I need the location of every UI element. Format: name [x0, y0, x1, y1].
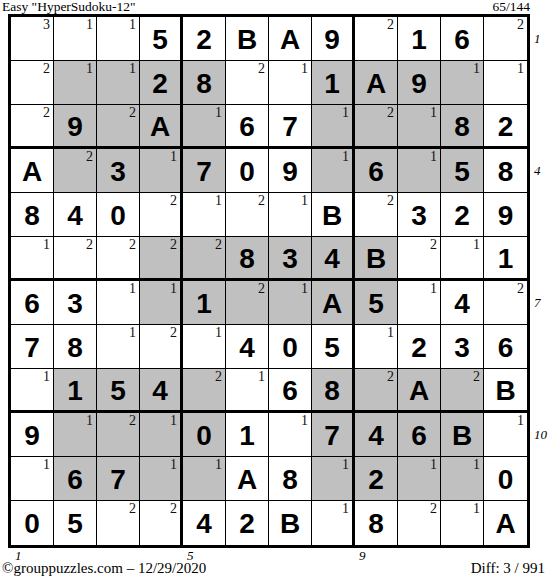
pencil-mark: 1 [129, 61, 136, 76]
cell-r6c3[interactable]: 2 [97, 237, 140, 281]
cell-r4c9[interactable]: 6 [355, 149, 398, 193]
pencil-mark: 1 [43, 457, 50, 472]
cell-r6c5[interactable]: 2 [183, 237, 226, 281]
cell-r10c4[interactable]: 1 [140, 413, 183, 457]
pencil-mark: 2 [517, 17, 524, 32]
pencil-mark: 1 [430, 281, 437, 296]
cell-r11c3[interactable]: 7 [97, 457, 140, 501]
cell-r7c1[interactable]: 6 [11, 281, 54, 325]
cell-r1c5[interactable]: 2 [183, 17, 226, 61]
given-digit: 0 [282, 334, 298, 362]
pencil-mark: 2 [387, 105, 394, 120]
given-digit: 0 [24, 510, 40, 538]
given-digit: B [322, 202, 342, 230]
pencil-mark: 1 [387, 325, 394, 340]
cell-r1c4[interactable]: 5 [140, 17, 183, 61]
cell-r12c6[interactable]: 2 [226, 501, 269, 545]
cell-r11c1[interactable]: 1 [11, 457, 54, 501]
given-digit: 3 [411, 202, 427, 230]
pencil-mark: 2 [43, 61, 50, 76]
cell-r3c3[interactable]: 2 [97, 105, 140, 149]
given-digit: 3 [110, 158, 126, 186]
pencil-mark: 1 [43, 237, 50, 252]
cell-r1c3[interactable]: 1 [97, 17, 140, 61]
given-digit: 6 [239, 113, 255, 141]
cell-r12c8[interactable]: 1 [312, 501, 355, 545]
given-digit: 9 [67, 113, 83, 141]
cell-r8c12[interactable]: 6 [484, 325, 527, 369]
puzzle-counter: 65/144 [492, 0, 530, 14]
pencil-mark: 2 [387, 369, 394, 384]
given-digit: A [22, 158, 42, 186]
cell-r3c4[interactable]: A [140, 105, 183, 149]
given-digit: 7 [282, 113, 298, 141]
pencil-mark: 1 [342, 105, 349, 120]
cell-r5c12[interactable]: 9 [484, 193, 527, 237]
cell-r6c7[interactable]: 3 [269, 237, 312, 281]
cell-r7c5[interactable]: 1 [183, 281, 226, 325]
row-label-10: 10 [534, 413, 550, 457]
cell-r6c12[interactable]: 1 [484, 237, 527, 281]
given-digit: 1 [196, 290, 212, 318]
pencil-mark: 1 [301, 193, 308, 208]
given-digit: 8 [24, 202, 40, 230]
pencil-mark: 2 [86, 149, 93, 164]
cell-r9c5[interactable]: 2 [183, 369, 226, 413]
cell-r4c5[interactable]: 7 [183, 149, 226, 193]
cell-r4c1[interactable]: A [11, 149, 54, 193]
given-digit: 1 [498, 245, 514, 273]
cell-r5c1[interactable]: 8 [11, 193, 54, 237]
cell-r11c12[interactable]: 0 [484, 457, 527, 501]
cell-r3c8[interactable]: 1 [312, 105, 355, 149]
cell-r1c6[interactable]: B [226, 17, 269, 61]
pencil-mark: 2 [258, 281, 265, 296]
cell-r10c8[interactable]: 7 [312, 413, 355, 457]
cell-r12c10[interactable]: 2 [398, 501, 441, 545]
pencil-mark: 2 [215, 237, 222, 252]
cell-r2c8[interactable]: 1 [312, 61, 355, 105]
cell-r2c2[interactable]: 1 [54, 61, 97, 105]
given-digit: 8 [239, 245, 255, 273]
given-digit: 7 [196, 158, 212, 186]
cell-r10c9[interactable]: 4 [355, 413, 398, 457]
given-digit: A [366, 70, 386, 98]
cell-r4c10[interactable]: 1 [398, 149, 441, 193]
given-digit: 3 [454, 334, 470, 362]
cell-r2c4[interactable]: 2 [140, 61, 183, 105]
cell-r4c6[interactable]: 0 [226, 149, 269, 193]
row-label-4: 4 [534, 149, 550, 193]
pencil-mark: 1 [86, 413, 93, 428]
cell-r9c4[interactable]: 4 [140, 369, 183, 413]
cell-r9c7[interactable]: 6 [269, 369, 312, 413]
given-digit: A [495, 510, 515, 538]
cell-r8c4[interactable]: 2 [140, 325, 183, 369]
cell-r5c7[interactable]: 1 [269, 193, 312, 237]
cell-r9c10[interactable]: A [398, 369, 441, 413]
given-digit: 8 [282, 466, 298, 494]
cell-r11c10[interactable]: 1 [398, 457, 441, 501]
given-digit: 0 [196, 422, 212, 450]
given-digit: 2 [498, 113, 514, 141]
cell-r5c11[interactable]: 2 [441, 193, 484, 237]
given-digit: 9 [498, 202, 514, 230]
cell-r3c1[interactable]: 2 [11, 105, 54, 149]
cell-r5c2[interactable]: 4 [54, 193, 97, 237]
cell-r3c5[interactable]: 1 [183, 105, 226, 149]
given-digit: 9 [324, 26, 340, 54]
pencil-mark: 1 [517, 61, 524, 76]
given-digit: 8 [368, 510, 384, 538]
cell-r8c8[interactable]: 5 [312, 325, 355, 369]
cell-r9c8[interactable]: 8 [312, 369, 355, 413]
given-digit: 4 [67, 202, 83, 230]
pencil-mark: 2 [387, 17, 394, 32]
cell-r10c6[interactable]: 1 [226, 413, 269, 457]
given-digit: 1 [67, 377, 83, 405]
cell-r5c3[interactable]: 0 [97, 193, 140, 237]
cell-r9c6[interactable]: 1 [226, 369, 269, 413]
pencil-mark: 1 [215, 457, 222, 472]
pencil-mark: 1 [517, 413, 524, 428]
cell-r5c5[interactable]: 1 [183, 193, 226, 237]
cell-r4c7[interactable]: 9 [269, 149, 312, 193]
pencil-mark: 2 [129, 501, 136, 516]
cell-r2c12[interactable]: 1 [484, 61, 527, 105]
given-digit: 2 [454, 202, 470, 230]
cell-r11c5[interactable]: 1 [183, 457, 226, 501]
cell-r12c12[interactable]: A [484, 501, 527, 545]
cell-r8c11[interactable]: 3 [441, 325, 484, 369]
cell-r5c9[interactable]: 2 [355, 193, 398, 237]
pencil-mark: 1 [86, 17, 93, 32]
cell-r12c1[interactable]: 0 [11, 501, 54, 545]
cell-r8c6[interactable]: 4 [226, 325, 269, 369]
copyright-text: ©grouppuzzles.com – 12/29/2020 [2, 560, 206, 577]
cell-r7c3[interactable]: 1 [97, 281, 140, 325]
pencil-mark: 2 [430, 501, 437, 516]
row-label-7: 7 [534, 281, 550, 325]
cell-r5c6[interactable]: 2 [226, 193, 269, 237]
cell-r1c7[interactable]: A [269, 17, 312, 61]
cell-r12c3[interactable]: 2 [97, 501, 140, 545]
cell-r10c3[interactable]: 2 [97, 413, 140, 457]
pencil-mark: 2 [387, 193, 394, 208]
given-digit: 4 [454, 290, 470, 318]
cell-r2c10[interactable]: 9 [398, 61, 441, 105]
cell-r7c10[interactable]: 1 [398, 281, 441, 325]
cell-r7c4[interactable]: 1 [140, 281, 183, 325]
pencil-mark: 3 [43, 17, 50, 32]
cell-r1c10[interactable]: 1 [398, 17, 441, 61]
cell-r11c7[interactable]: 8 [269, 457, 312, 501]
pencil-mark: 1 [215, 325, 222, 340]
cell-r2c11[interactable]: 1 [441, 61, 484, 105]
cell-r9c12[interactable]: B [484, 369, 527, 413]
pencil-mark: 1 [342, 149, 349, 164]
pencil-mark: 2 [258, 193, 265, 208]
cell-r10c1[interactable]: 9 [11, 413, 54, 457]
cell-r8c1[interactable]: 7 [11, 325, 54, 369]
pencil-mark: 2 [215, 369, 222, 384]
cell-r6c10[interactable]: 2 [398, 237, 441, 281]
cell-r6c6[interactable]: 8 [226, 237, 269, 281]
given-digit: 5 [110, 377, 126, 405]
cell-r6c4[interactable]: 2 [140, 237, 183, 281]
sudoku-board: 31152BA9216221128211A911292A16712182A231… [8, 14, 530, 548]
given-digit: 2 [368, 466, 384, 494]
cell-r6c8[interactable]: 4 [312, 237, 355, 281]
cell-r11c6[interactable]: A [226, 457, 269, 501]
cell-r11c8[interactable]: 1 [312, 457, 355, 501]
pencil-mark: 2 [129, 105, 136, 120]
pencil-mark: 2 [170, 193, 177, 208]
cell-r9c3[interactable]: 5 [97, 369, 140, 413]
pencil-mark: 1 [473, 61, 480, 76]
cell-r12c4[interactable]: 2 [140, 501, 183, 545]
cell-r1c9[interactable]: 2 [355, 17, 398, 61]
cell-r8c2[interactable]: 8 [54, 325, 97, 369]
cell-r4c4[interactable]: 1 [140, 149, 183, 193]
pencil-mark: 1 [170, 281, 177, 296]
given-digit: 6 [411, 422, 427, 450]
given-digit: 5 [368, 290, 384, 318]
cell-r9c2[interactable]: 1 [54, 369, 97, 413]
cell-r5c8[interactable]: B [312, 193, 355, 237]
cell-r4c2[interactable]: 2 [54, 149, 97, 193]
given-digit: 0 [239, 158, 255, 186]
given-digit: B [366, 245, 386, 273]
cell-r6c11[interactable]: 1 [441, 237, 484, 281]
pencil-mark: 1 [301, 61, 308, 76]
cell-r7c6[interactable]: 2 [226, 281, 269, 325]
pencil-mark: 2 [430, 237, 437, 252]
given-digit: 5 [454, 158, 470, 186]
cell-r5c4[interactable]: 2 [140, 193, 183, 237]
pencil-mark: 1 [170, 413, 177, 428]
pencil-mark: 1 [473, 501, 480, 516]
cell-r4c11[interactable]: 5 [441, 149, 484, 193]
pencil-mark: 1 [215, 193, 222, 208]
cell-r10c10[interactable]: 6 [398, 413, 441, 457]
pencil-mark: 1 [301, 281, 308, 296]
given-digit: 5 [67, 510, 83, 538]
cell-r3c11[interactable]: 8 [441, 105, 484, 149]
given-digit: 1 [324, 70, 340, 98]
given-digit: 3 [67, 290, 83, 318]
cell-r8c10[interactable]: 2 [398, 325, 441, 369]
cell-r5c10[interactable]: 3 [398, 193, 441, 237]
cell-r3c7[interactable]: 7 [269, 105, 312, 149]
pencil-mark: 2 [170, 325, 177, 340]
cell-r12c11[interactable]: 1 [441, 501, 484, 545]
pencil-mark: 2 [170, 237, 177, 252]
given-digit: 8 [196, 70, 212, 98]
given-digit: 0 [498, 466, 514, 494]
pencil-mark: 1 [430, 149, 437, 164]
cell-r11c2[interactable]: 6 [54, 457, 97, 501]
cell-r2c5[interactable]: 8 [183, 61, 226, 105]
given-digit: 4 [152, 377, 168, 405]
cell-r1c2[interactable]: 1 [54, 17, 97, 61]
cell-r12c5[interactable]: 4 [183, 501, 226, 545]
cell-r12c9[interactable]: 8 [355, 501, 398, 545]
given-digit: 1 [239, 422, 255, 450]
given-digit: 4 [196, 510, 212, 538]
cell-r4c12[interactable]: 8 [484, 149, 527, 193]
cell-r2c3[interactable]: 1 [97, 61, 140, 105]
given-digit: 7 [324, 422, 340, 450]
pencil-mark: 1 [170, 149, 177, 164]
pencil-mark: 1 [86, 61, 93, 76]
given-digit: 8 [498, 158, 514, 186]
given-digit: 2 [239, 510, 255, 538]
given-digit: 6 [368, 158, 384, 186]
cell-r7c2[interactable]: 3 [54, 281, 97, 325]
cell-r1c11[interactable]: 6 [441, 17, 484, 61]
given-digit: 7 [24, 334, 40, 362]
cell-r8c3[interactable]: 1 [97, 325, 140, 369]
pencil-mark: 1 [43, 369, 50, 384]
cell-r1c8[interactable]: 9 [312, 17, 355, 61]
cell-r12c2[interactable]: 5 [54, 501, 97, 545]
given-digit: 9 [24, 422, 40, 450]
pencil-mark: 1 [473, 237, 480, 252]
pencil-mark: 1 [170, 457, 177, 472]
given-digit: 8 [454, 113, 470, 141]
cell-r3c9[interactable]: 2 [355, 105, 398, 149]
given-digit: 9 [282, 158, 298, 186]
cell-r11c9[interactable]: 2 [355, 457, 398, 501]
pencil-mark: 2 [258, 61, 265, 76]
given-digit: 0 [110, 202, 126, 230]
given-digit: B [452, 422, 472, 450]
cell-r3c12[interactable]: 2 [484, 105, 527, 149]
cell-r2c1[interactable]: 2 [11, 61, 54, 105]
cell-r7c12[interactable]: 2 [484, 281, 527, 325]
pencil-mark: 1 [430, 457, 437, 472]
cell-r3c10[interactable]: 1 [398, 105, 441, 149]
cell-r6c2[interactable]: 2 [54, 237, 97, 281]
cell-r6c9[interactable]: B [355, 237, 398, 281]
pencil-mark: 2 [170, 501, 177, 516]
cell-r2c6[interactable]: 2 [226, 61, 269, 105]
cell-r7c8[interactable]: A [312, 281, 355, 325]
cell-r9c11[interactable]: 2 [441, 369, 484, 413]
given-digit: B [495, 377, 515, 405]
pencil-mark: 1 [430, 105, 437, 120]
given-digit: A [409, 377, 429, 405]
pencil-mark: 1 [129, 17, 136, 32]
pencil-mark: 2 [473, 369, 480, 384]
given-digit: 6 [454, 26, 470, 54]
pencil-mark: 1 [342, 501, 349, 516]
cell-r8c7[interactable]: 0 [269, 325, 312, 369]
pencil-mark: 1 [258, 369, 265, 384]
cell-r2c9[interactable]: A [355, 61, 398, 105]
cell-r12c7[interactable]: B [269, 501, 312, 545]
pencil-mark: 1 [301, 413, 308, 428]
cell-r4c3[interactable]: 3 [97, 149, 140, 193]
cell-r10c12[interactable]: 1 [484, 413, 527, 457]
cell-r8c9[interactable]: 1 [355, 325, 398, 369]
given-digit: B [237, 26, 257, 54]
pencil-mark: 2 [86, 237, 93, 252]
given-digit: A [280, 26, 300, 54]
given-digit: 4 [239, 334, 255, 362]
given-digit: 7 [110, 466, 126, 494]
given-digit: 5 [152, 26, 168, 54]
cell-r1c12[interactable]: 2 [484, 17, 527, 61]
given-digit: 4 [324, 245, 340, 273]
pencil-mark: 2 [517, 281, 524, 296]
cell-r6c1[interactable]: 1 [11, 237, 54, 281]
cell-r7c7[interactable]: 1 [269, 281, 312, 325]
given-digit: 2 [152, 70, 168, 98]
given-digit: A [322, 290, 342, 318]
given-digit: 1 [411, 26, 427, 54]
given-digit: 6 [498, 334, 514, 362]
cell-r8c5[interactable]: 1 [183, 325, 226, 369]
cell-r11c11[interactable]: 1 [441, 457, 484, 501]
given-digit: 5 [324, 334, 340, 362]
col-label-9: 9 [359, 548, 379, 563]
cell-r3c2[interactable]: 9 [54, 105, 97, 149]
cell-r11c4[interactable]: 1 [140, 457, 183, 501]
row-label-1: 1 [534, 17, 550, 61]
cell-r2c7[interactable]: 1 [269, 61, 312, 105]
page-title: Easy "HyperSudoku-12" [2, 0, 136, 14]
cell-r9c9[interactable]: 2 [355, 369, 398, 413]
given-digit: B [280, 510, 300, 538]
cell-r3c6[interactable]: 6 [226, 105, 269, 149]
cell-r10c2[interactable]: 1 [54, 413, 97, 457]
given-digit: A [237, 466, 257, 494]
cell-r7c11[interactable]: 4 [441, 281, 484, 325]
cell-r10c5[interactable]: 0 [183, 413, 226, 457]
pencil-mark: 1 [473, 457, 480, 472]
cell-r10c7[interactable]: 1 [269, 413, 312, 457]
cell-r1c1[interactable]: 3 [11, 17, 54, 61]
given-digit: 2 [411, 334, 427, 362]
cell-r7c9[interactable]: 5 [355, 281, 398, 325]
cell-r4c8[interactable]: 1 [312, 149, 355, 193]
given-digit: 8 [67, 334, 83, 362]
pencil-mark: 1 [129, 281, 136, 296]
given-digit: A [150, 113, 170, 141]
given-digit: 6 [282, 377, 298, 405]
pencil-mark: 2 [129, 413, 136, 428]
pencil-mark: 1 [215, 105, 222, 120]
given-digit: 6 [24, 290, 40, 318]
given-digit: 3 [282, 245, 298, 273]
given-digit: 9 [411, 70, 427, 98]
given-digit: 2 [196, 26, 212, 54]
pencil-mark: 1 [342, 457, 349, 472]
pencil-mark: 1 [129, 325, 136, 340]
difficulty-text: Diff: 3 / 991 [471, 560, 545, 577]
pencil-mark: 2 [43, 105, 50, 120]
given-digit: 8 [324, 377, 340, 405]
given-digit: 6 [67, 466, 83, 494]
cell-r10c11[interactable]: B [441, 413, 484, 457]
given-digit: 4 [368, 422, 384, 450]
pencil-mark: 2 [129, 237, 136, 252]
cell-r9c1[interactable]: 1 [11, 369, 54, 413]
